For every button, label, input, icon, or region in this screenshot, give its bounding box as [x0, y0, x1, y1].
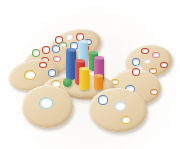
disc-right-hole-yellow-ring [111, 79, 119, 86]
disc-bottom-right-hole-blue-ring [98, 95, 109, 104]
group-peg-dark-blue [0, 0, 180, 149]
group-ball-green [0, 0, 180, 149]
peg-light-blue [78, 42, 88, 76]
disc-upper-left-hole-green-ring [32, 49, 40, 56]
disc-bottom-right-hole-pale-ring [114, 101, 126, 111]
disc-top-center-hole-blue-ring [70, 42, 78, 49]
disc-right-hole-red-ring [132, 68, 141, 76]
disc-left-hole-red-ring [39, 62, 47, 69]
ball-green [63, 78, 72, 87]
disc-left-hole-yellow-ring [24, 70, 36, 80]
group-disc-upper-left [0, 0, 180, 149]
group-disc-top-center [0, 0, 180, 149]
disc-bottom-right-hole-yellow-ring [121, 116, 131, 125]
group-disc-bottom-right [0, 0, 180, 149]
peg-magenta [94, 58, 104, 81]
disc-lower-left-small-hole-yellow-ring [51, 80, 61, 88]
disc-lower-left-large-wooden-disc [22, 85, 73, 128]
disc-lower-left-small-wooden-disc [41, 74, 75, 99]
disc-top-right-hole-blue-ring [132, 58, 141, 65]
disc-right-hole-blue-ring [125, 85, 135, 94]
disc-upper-left-hole-red-ring [41, 57, 49, 64]
peg-red-top [75, 59, 85, 63]
disc-bottom-right-wooden-disc [88, 87, 148, 134]
disc-upper-left-wooden-disc [20, 40, 78, 82]
peg-green [89, 53, 98, 71]
disc-right-hole-orange-ring [150, 89, 158, 96]
disc-top-right-hole-pink-ring [152, 52, 160, 59]
group-disc-lower-left-small [0, 0, 180, 149]
disc-top-center-hole-blue-ring [84, 39, 92, 46]
disc-upper-left-hole-red-ring [42, 46, 50, 53]
base-wooden-base [60, 75, 114, 97]
disc-top-right-hole-red-ring [160, 62, 168, 69]
disc-top-center-hole-green-ring [59, 42, 67, 49]
peg-yellow-top [79, 67, 89, 71]
stage [0, 0, 180, 149]
peg-yellow [79, 69, 89, 90]
disc-lower-left-large-hole-light-blue-ring [39, 97, 53, 109]
peg-dark-blue-top [66, 48, 76, 52]
group-peg-orange [0, 0, 180, 149]
group-peg-green [0, 0, 180, 149]
group-peg-red [0, 0, 180, 149]
peg-light-blue-top [78, 40, 88, 45]
peg-orange [94, 76, 103, 90]
group-disc-lower-left-large [0, 0, 180, 149]
peg-dark-blue [66, 50, 76, 80]
group-base [0, 0, 180, 149]
disc-top-center-hole-plain-ring [65, 33, 73, 40]
disc-top-center-hole-red-ring [81, 45, 89, 52]
disc-top-center-wooden-disc [45, 24, 104, 67]
disc-top-right-hole-orange-ring [149, 68, 157, 75]
disc-upper-left-hole-blue-ring [52, 45, 60, 52]
group-disc-right [0, 0, 180, 149]
peg-red [75, 61, 85, 85]
disc-top-center-hole-red-ring [55, 36, 63, 43]
disc-top-right-wooden-disc [122, 41, 173, 80]
group-disc-left [0, 0, 180, 149]
peg-orange-top [94, 74, 103, 78]
disc-left-wooden-disc [5, 55, 60, 95]
disc-right-wooden-disc [110, 67, 163, 107]
group-peg-yellow [0, 0, 180, 149]
peg-green-top [89, 51, 98, 55]
disc-upper-left-hole-pink-ring [53, 56, 61, 63]
peg-magenta-top [94, 56, 104, 60]
disc-left-hole-blue-ring [48, 69, 57, 76]
disc-top-right-hole-plain-ring [135, 65, 143, 72]
disc-top-center-hole-red-ring [76, 33, 84, 40]
group-peg-light-blue [0, 0, 180, 149]
group-disc-top-right [0, 0, 180, 149]
disc-top-right-hole-red-ring [141, 48, 149, 55]
disc-top-right-hole-plain-ring [143, 58, 151, 65]
group-peg-magenta [0, 0, 180, 149]
